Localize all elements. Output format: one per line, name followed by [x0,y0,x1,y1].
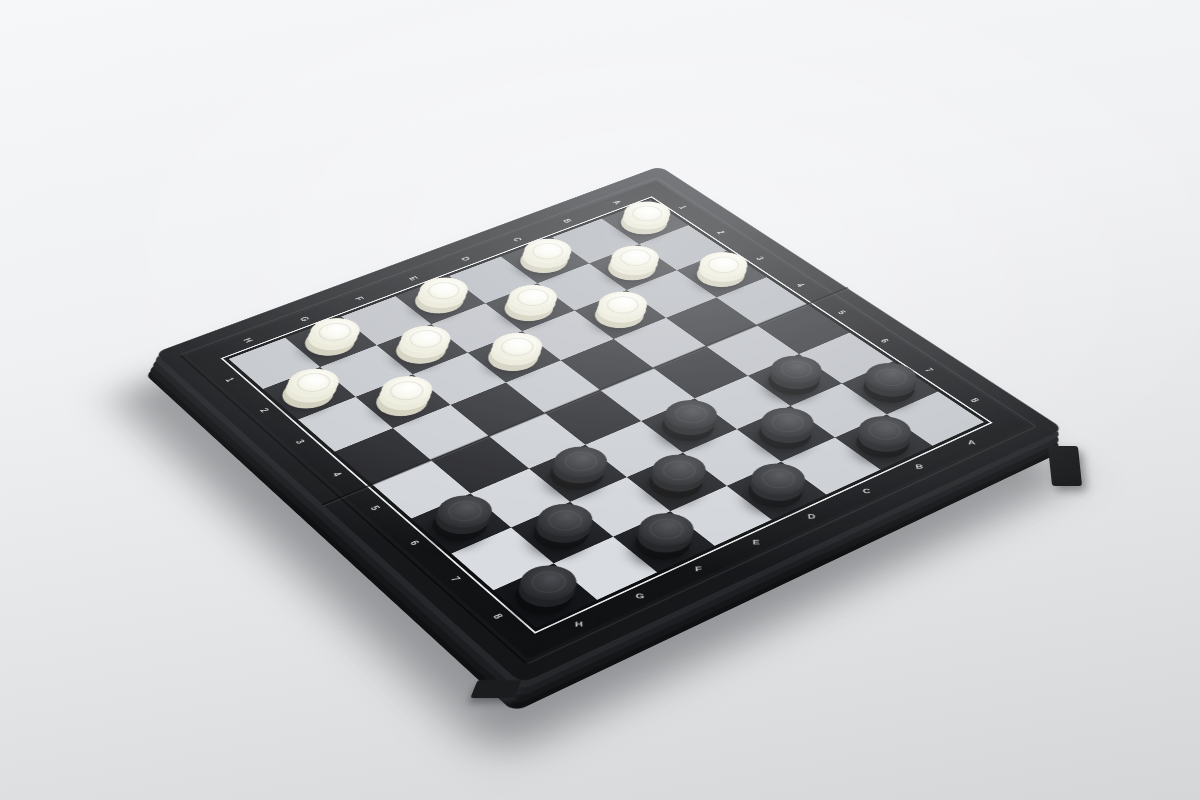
board-scene: 12345678 12345678 ABCDEFGH ABCDEFGH [154,166,1064,684]
file-label-E: E [740,520,772,564]
board-foot-right-corner [1048,446,1082,486]
board-grid [220,196,992,633]
file-label-G: G [625,573,656,620]
file-label-A: A [954,423,989,463]
file-label-C: C [850,470,884,512]
checkers-board: 12345678 12345678 ABCDEFGH ABCDEFGH [154,166,1064,684]
board-foot-bottom-corner [470,680,521,698]
photo-stage: 12345678 12345678 ABCDEFGH ABCDEFGH [0,0,1200,800]
